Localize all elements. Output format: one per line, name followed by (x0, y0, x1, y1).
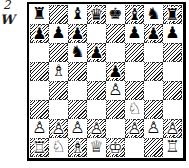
white-bishop: ♝♗ (69, 139, 86, 156)
square-g3 (144, 100, 163, 119)
square-a8: ♜ (30, 5, 49, 24)
square-h2: ♟♙ (163, 119, 182, 138)
square-c2: ♟♙ (68, 119, 87, 138)
square-c3 (68, 100, 87, 119)
square-a4 (30, 81, 49, 100)
black-pawn: ♟ (49, 24, 68, 43)
white-pawn: ♟♙ (126, 120, 143, 137)
square-a2: ♟♙ (30, 119, 49, 138)
square-d6: ♟ (87, 43, 106, 62)
square-a5 (30, 62, 49, 81)
square-h5 (163, 62, 182, 81)
square-e6 (106, 43, 125, 62)
square-f2: ♟♙ (125, 119, 144, 138)
square-d2: ♟♙ (87, 119, 106, 138)
chess-board: ♜♝♛♚♝♞♜♟♟♟♟♟♟♞♟♝♗♟♟♙♞♘♟♙♟♙♟♙♟♙♟♙♟♙♟♙♜♖♞♘… (30, 5, 182, 157)
square-e4: ♟♙ (106, 81, 125, 100)
white-pawn: ♟♙ (164, 120, 181, 137)
square-b8 (49, 5, 68, 24)
square-e1: ♚♔ (106, 138, 125, 157)
square-c8: ♝ (68, 5, 87, 24)
black-queen: ♛ (88, 6, 105, 23)
square-h4 (163, 81, 182, 100)
white-pawn: ♟♙ (68, 119, 87, 138)
square-c1: ♝♗ (68, 138, 87, 157)
square-e8: ♚ (106, 5, 125, 24)
square-d1: ♛♕ (87, 138, 106, 157)
square-a1: ♜♖ (30, 138, 49, 157)
black-bishop: ♝ (126, 6, 143, 23)
square-d4 (87, 81, 106, 100)
white-queen: ♛♕ (87, 138, 106, 157)
white-bishop: ♝♗ (49, 62, 68, 81)
white-pawn: ♟♙ (30, 119, 49, 138)
square-d7 (87, 24, 106, 43)
square-b7: ♟ (49, 24, 68, 43)
square-f5 (125, 62, 144, 81)
black-pawn: ♟ (145, 25, 162, 42)
square-g2: ♟♙ (144, 119, 163, 138)
square-a7: ♟ (30, 24, 49, 43)
black-pawn: ♟ (163, 24, 182, 43)
white-pawn: ♟♙ (144, 119, 163, 138)
white-rook: ♜♖ (163, 138, 182, 157)
square-d5 (87, 62, 106, 81)
square-f7: ♟ (125, 24, 144, 43)
square-h1: ♜♖ (163, 138, 182, 157)
square-c7: ♟ (68, 24, 87, 43)
square-h8: ♜ (163, 5, 182, 24)
black-pawn: ♟ (88, 44, 105, 61)
square-a3 (30, 100, 49, 119)
square-h6 (163, 43, 182, 62)
square-g7: ♟ (144, 24, 163, 43)
diagram-number: 2 (3, 0, 11, 12)
square-b2: ♟♙ (49, 119, 68, 138)
black-pawn: ♟ (31, 25, 48, 42)
black-pawn: ♟ (107, 63, 124, 80)
black-knight: ♞ (68, 43, 87, 62)
square-b4 (49, 81, 68, 100)
square-b5: ♝♗ (49, 62, 68, 81)
white-knight: ♞♘ (125, 100, 144, 119)
square-a6 (30, 43, 49, 62)
black-knight: ♞ (144, 5, 163, 24)
white-knight: ♞♘ (49, 138, 68, 157)
chess-diagram-page: 2 W ♜♝♛♚♝♞♜♟♟♟♟♟♟♞♟♝♗♟♟♙♞♘♟♙♟♙♟♙♟♙♟♙♟♙♟♙… (0, 0, 189, 168)
chess-board-frame: ♜♝♛♚♝♞♜♟♟♟♟♟♟♞♟♝♗♟♟♙♞♘♟♙♟♙♟♙♟♙♟♙♟♙♟♙♜♖♞♘… (27, 2, 186, 161)
square-f6 (125, 43, 144, 62)
square-g5 (144, 62, 163, 81)
square-e7 (106, 24, 125, 43)
square-c6: ♞ (68, 43, 87, 62)
square-h3 (163, 100, 182, 119)
square-b6 (49, 43, 68, 62)
black-bishop: ♝ (68, 5, 87, 24)
square-e2 (106, 119, 125, 138)
square-e5: ♟ (106, 62, 125, 81)
square-b3 (49, 100, 68, 119)
square-f8: ♝ (125, 5, 144, 24)
square-g4 (144, 81, 163, 100)
white-pawn: ♟♙ (88, 120, 105, 137)
square-g6 (144, 43, 163, 62)
square-g8: ♞ (144, 5, 163, 24)
side-to-move-label: W (0, 12, 15, 27)
black-rook: ♜ (164, 6, 181, 23)
square-d3 (87, 100, 106, 119)
square-f3: ♞♘ (125, 100, 144, 119)
square-c4 (68, 81, 87, 100)
square-c5 (68, 62, 87, 81)
black-pawn: ♟ (69, 25, 86, 42)
white-rook: ♜♖ (31, 139, 48, 156)
white-pawn: ♟♙ (50, 120, 67, 137)
black-king: ♚ (106, 5, 125, 24)
square-f4 (125, 81, 144, 100)
square-d8: ♛ (87, 5, 106, 24)
square-e3 (106, 100, 125, 119)
square-b1: ♞♘ (49, 138, 68, 157)
white-pawn: ♟♙ (106, 81, 125, 100)
square-g1 (144, 138, 163, 157)
white-king: ♚♔ (107, 139, 124, 156)
square-f1 (125, 138, 144, 157)
black-pawn: ♟ (125, 24, 144, 43)
black-rook: ♜ (30, 5, 49, 24)
square-h7: ♟ (163, 24, 182, 43)
